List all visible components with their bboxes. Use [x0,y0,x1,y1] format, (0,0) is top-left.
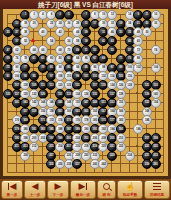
button-label: 第一步 [7,193,18,198]
go-board[interactable]: 1246357810121491116131820222426281517303… [0,9,171,179]
white-stone: 20 [29,19,39,29]
white-stone: 224 [20,151,30,161]
black-stone: 241 [151,159,161,169]
white-stone: 184 [142,115,152,125]
details-list-icon [153,182,161,191]
button-label: 指定手数 [123,193,137,198]
details-button[interactable]: 详细信息 [144,180,170,199]
first-move-button[interactable]: ◀ 第一步 [1,180,23,199]
grid-line [7,172,163,173]
white-stone: 52 [20,36,30,46]
last-move-button[interactable]: ▶ 最后一步 [70,180,96,199]
move-marker [31,38,35,42]
board-right-border [168,9,171,179]
white-stone: 74 [151,45,161,55]
previous-move-button[interactable]: ◀ 上一步 [24,180,46,199]
research-button[interactable]: 研 究 [97,180,116,199]
pointing-hand-icon: ☝ [125,182,135,191]
button-label: 上一步 [30,193,41,198]
white-stone: 50 [142,27,152,37]
white-stone: 196 [133,124,143,134]
white-stone: 40 [38,27,48,37]
white-stone: 128 [125,80,135,90]
black-stone: 229 [107,151,117,161]
white-stone: 234 [125,151,135,161]
toolbar: ◀ 第一步 ◀ 上一步 ▶ 下一步 ▶ 最后一步 研 究 ☝ 指定手数 详细信息 [0,179,171,200]
button-label: 详细信息 [150,193,164,198]
button-label: 最后一步 [76,193,90,198]
black-stone: 55 [107,45,117,55]
white-stone: 212 [29,142,39,152]
next-move-button[interactable]: ▶ 下一步 [47,180,69,199]
white-stone: 242 [98,159,108,169]
goto-move-button[interactable]: ☝ 指定手数 [117,180,143,199]
research-magnifier-icon [103,182,110,191]
game-title: 姚子刀[6级] 黑 VS 白江春树[6级] [0,0,171,9]
white-stone: 102 [133,63,143,73]
step-forward-icon: ▶ [55,182,62,191]
white-stone: 104 [151,63,161,73]
white-stone: 222 [116,142,126,152]
skip-end-icon: ▶ [78,182,87,191]
white-stone: 54 [46,36,56,46]
button-label: 研 究 [102,193,110,198]
skip-start-icon: ◀ [8,182,17,191]
grid-line [163,14,164,172]
white-stone: 42 [55,27,65,37]
white-stone: 36 [151,19,161,29]
white-stone: 154 [151,98,161,108]
step-back-icon: ◀ [32,182,39,191]
button-label: 下一步 [53,193,64,198]
black-stone: 237 [72,159,82,169]
